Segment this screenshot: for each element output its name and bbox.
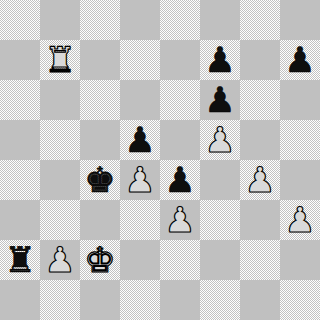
square-a1[interactable] — [0, 280, 40, 320]
square-d4[interactable]: ♟ — [120, 160, 160, 200]
black-pawn-d5[interactable]: ♟ — [120, 120, 160, 160]
square-g1[interactable] — [240, 280, 280, 320]
square-f5[interactable]: ♟ — [200, 120, 240, 160]
square-b3[interactable] — [40, 200, 80, 240]
white-pawn-h3[interactable]: ♟ — [280, 200, 320, 240]
square-h5[interactable] — [280, 120, 320, 160]
square-e6[interactable] — [160, 80, 200, 120]
square-g8[interactable] — [240, 0, 280, 40]
square-e4[interactable]: ♟ — [160, 160, 200, 200]
square-c3[interactable] — [80, 200, 120, 240]
square-b8[interactable] — [40, 0, 80, 40]
white-rook-b7[interactable]: ♜ — [40, 40, 80, 80]
square-d8[interactable] — [120, 0, 160, 40]
white-pawn-b2[interactable]: ♟ — [40, 240, 80, 280]
square-f3[interactable] — [200, 200, 240, 240]
square-e5[interactable] — [160, 120, 200, 160]
white-king-c2[interactable]: ♚ — [80, 240, 120, 280]
square-h8[interactable] — [280, 0, 320, 40]
square-a5[interactable] — [0, 120, 40, 160]
square-b5[interactable] — [40, 120, 80, 160]
square-h2[interactable] — [280, 240, 320, 280]
square-g7[interactable] — [240, 40, 280, 80]
square-g2[interactable] — [240, 240, 280, 280]
chess-board: ♜♟♟♟♟♟♚♟♟♟♟♟♜♟♚ — [0, 0, 320, 320]
square-b6[interactable] — [40, 80, 80, 120]
square-d7[interactable] — [120, 40, 160, 80]
black-rook-a2[interactable]: ♜ — [0, 240, 40, 280]
square-f6[interactable]: ♟ — [200, 80, 240, 120]
square-d3[interactable] — [120, 200, 160, 240]
square-h6[interactable] — [280, 80, 320, 120]
square-c4[interactable]: ♚ — [80, 160, 120, 200]
square-g6[interactable] — [240, 80, 280, 120]
square-c8[interactable] — [80, 0, 120, 40]
square-h7[interactable]: ♟ — [280, 40, 320, 80]
square-c1[interactable] — [80, 280, 120, 320]
white-pawn-e3[interactable]: ♟ — [160, 200, 200, 240]
square-g3[interactable] — [240, 200, 280, 240]
white-pawn-g4[interactable]: ♟ — [240, 160, 280, 200]
square-a2[interactable]: ♜ — [0, 240, 40, 280]
square-f2[interactable] — [200, 240, 240, 280]
square-a8[interactable] — [0, 0, 40, 40]
white-pawn-d4[interactable]: ♟ — [120, 160, 160, 200]
square-g5[interactable] — [240, 120, 280, 160]
square-d1[interactable] — [120, 280, 160, 320]
square-f7[interactable]: ♟ — [200, 40, 240, 80]
square-a6[interactable] — [0, 80, 40, 120]
square-b4[interactable] — [40, 160, 80, 200]
square-e3[interactable]: ♟ — [160, 200, 200, 240]
black-pawn-h7[interactable]: ♟ — [280, 40, 320, 80]
square-c6[interactable] — [80, 80, 120, 120]
square-e8[interactable] — [160, 0, 200, 40]
square-h4[interactable] — [280, 160, 320, 200]
square-d5[interactable]: ♟ — [120, 120, 160, 160]
black-pawn-e4[interactable]: ♟ — [160, 160, 200, 200]
square-f1[interactable] — [200, 280, 240, 320]
square-e2[interactable] — [160, 240, 200, 280]
square-c7[interactable] — [80, 40, 120, 80]
square-b2[interactable]: ♟ — [40, 240, 80, 280]
square-a3[interactable] — [0, 200, 40, 240]
square-g4[interactable]: ♟ — [240, 160, 280, 200]
square-b7[interactable]: ♜ — [40, 40, 80, 80]
white-pawn-f5[interactable]: ♟ — [200, 120, 240, 160]
square-c5[interactable] — [80, 120, 120, 160]
square-c2[interactable]: ♚ — [80, 240, 120, 280]
square-d6[interactable] — [120, 80, 160, 120]
square-d2[interactable] — [120, 240, 160, 280]
black-pawn-f6[interactable]: ♟ — [200, 80, 240, 120]
square-a7[interactable] — [0, 40, 40, 80]
black-king-c4[interactable]: ♚ — [80, 160, 120, 200]
square-f4[interactable] — [200, 160, 240, 200]
square-e1[interactable] — [160, 280, 200, 320]
square-f8[interactable] — [200, 0, 240, 40]
square-h1[interactable] — [280, 280, 320, 320]
black-pawn-f7[interactable]: ♟ — [200, 40, 240, 80]
square-h3[interactable]: ♟ — [280, 200, 320, 240]
square-e7[interactable] — [160, 40, 200, 80]
square-a4[interactable] — [0, 160, 40, 200]
square-b1[interactable] — [40, 280, 80, 320]
